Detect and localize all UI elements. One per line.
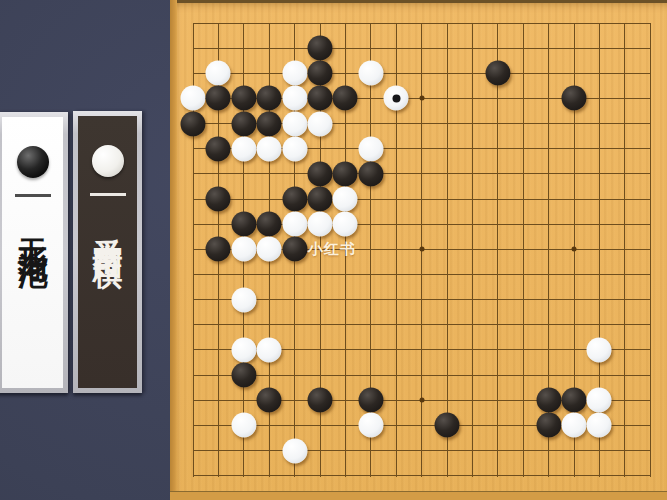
plate-divider [15, 194, 51, 197]
board-top-edge [170, 0, 667, 3]
star-point [419, 96, 424, 101]
plate-divider [90, 193, 126, 196]
black-stone [333, 161, 358, 186]
white-stone [231, 237, 256, 262]
white-stone [282, 438, 307, 463]
white-stone [358, 136, 383, 161]
black-stone [206, 237, 231, 262]
white-stone [333, 187, 358, 212]
black-stone-icon [17, 146, 49, 178]
white-stone [358, 61, 383, 86]
black-stone [308, 187, 333, 212]
black-stone [485, 61, 510, 86]
white-stone [384, 86, 409, 111]
white-stone [587, 337, 612, 362]
black-stone [206, 86, 231, 111]
white-stone [257, 136, 282, 161]
black-stone [308, 161, 333, 186]
black-stone [181, 111, 206, 136]
player-plate-white: 爱奇围棋 [73, 111, 142, 393]
black-stone [308, 61, 333, 86]
black-stone [562, 388, 587, 413]
white-stone [181, 86, 206, 111]
white-stone [257, 337, 282, 362]
white-stone [562, 413, 587, 438]
white-stone [282, 212, 307, 237]
black-stone [257, 212, 282, 237]
black-stone [562, 86, 587, 111]
watermark-text: 小红书 [308, 240, 356, 259]
white-stone [308, 111, 333, 136]
white-stone [231, 413, 256, 438]
black-stone [308, 36, 333, 61]
black-stone [358, 388, 383, 413]
black-stone [257, 388, 282, 413]
white-stone [358, 413, 383, 438]
star-point [419, 247, 424, 252]
white-stone-icon [92, 145, 124, 177]
black-stone [206, 187, 231, 212]
white-stone [282, 111, 307, 136]
board-left-edge [170, 0, 177, 500]
black-stone [257, 111, 282, 136]
go-board[interactable]: 小红书 [170, 0, 667, 500]
black-player-name: 无形泡泡 [18, 215, 48, 243]
black-stone [536, 388, 561, 413]
black-stone [358, 161, 383, 186]
black-stone [282, 237, 307, 262]
black-stone [308, 86, 333, 111]
black-stone [435, 413, 460, 438]
white-stone [257, 237, 282, 262]
white-stone [282, 136, 307, 161]
white-stone [282, 86, 307, 111]
last-move-marker [392, 94, 400, 102]
white-stone [231, 337, 256, 362]
white-stone [333, 212, 358, 237]
white-stone [308, 212, 333, 237]
board-bottom-edge [170, 491, 667, 500]
player-plate-black: 无形泡泡 [0, 112, 68, 393]
white-stone [587, 413, 612, 438]
black-stone [257, 86, 282, 111]
white-stone [231, 136, 256, 161]
black-stone [206, 136, 231, 161]
black-stone [536, 413, 561, 438]
black-stone [231, 212, 256, 237]
black-stone [333, 86, 358, 111]
white-stone [231, 287, 256, 312]
white-stone [282, 61, 307, 86]
star-point [419, 398, 424, 403]
screenshot-stage: 小红书 无形泡泡 爱奇围棋 [0, 0, 667, 500]
white-player-name: 爱奇围棋 [93, 214, 123, 242]
white-stone [206, 61, 231, 86]
black-stone [231, 111, 256, 136]
star-point [572, 247, 577, 252]
white-stone [587, 388, 612, 413]
black-stone [282, 187, 307, 212]
black-stone [308, 388, 333, 413]
black-stone [231, 363, 256, 388]
black-stone [231, 86, 256, 111]
